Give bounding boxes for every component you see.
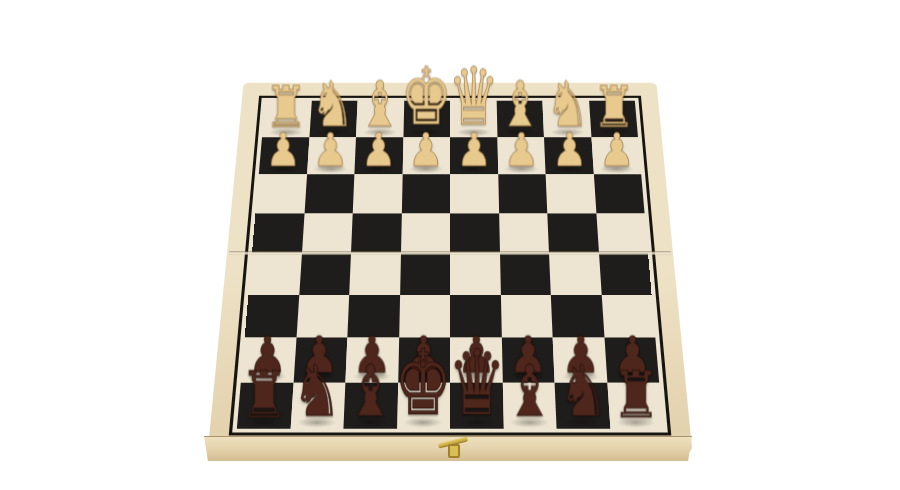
piece-shadow (503, 128, 537, 136)
square-e6 (399, 295, 450, 338)
square-f7: ♟ (345, 338, 398, 383)
square-c2: ♟ (497, 137, 546, 174)
squares-grid: ♜♞♝♚♛♝♞♜♟♟♟♟♟♟♟♟♟♟♟♟♟♟♟♟♜♞♝♚♛♝♞♜ (237, 101, 663, 429)
piece-shadow (561, 371, 599, 381)
square-h7: ♟ (241, 338, 296, 383)
square-d1: ♛ (450, 101, 497, 137)
square-c7: ♟ (501, 338, 554, 383)
square-b1: ♞ (542, 101, 591, 137)
square-f2: ♟ (354, 137, 403, 174)
piece-black-queen: ♛ (447, 342, 505, 425)
square-b4 (547, 213, 598, 253)
hinge-seam (229, 251, 672, 255)
piece-shadow (613, 371, 651, 381)
square-h6 (245, 295, 299, 338)
square-b3 (546, 174, 596, 213)
square-a3 (593, 174, 644, 213)
square-c1: ♝ (496, 101, 544, 137)
square-b5 (549, 253, 601, 295)
brass-clasp (436, 437, 474, 457)
piece-white-knight: ♞ (311, 76, 355, 134)
square-g5 (299, 253, 351, 295)
piece-shadow (509, 371, 547, 381)
square-g2: ♟ (307, 137, 356, 174)
piece-shadow (457, 371, 495, 381)
piece-white-bishop: ♝ (358, 76, 402, 134)
square-f6 (347, 295, 399, 338)
square-b6 (551, 295, 604, 338)
square-c8: ♝ (502, 382, 556, 428)
piece-shadow (617, 417, 656, 427)
piece-black-king: ♚ (394, 342, 452, 425)
piece-shadow (457, 165, 491, 173)
square-a8: ♜ (607, 382, 663, 428)
square-c6 (500, 295, 552, 338)
piece-shadow (244, 417, 283, 427)
square-e5 (400, 253, 450, 295)
square-h4 (252, 213, 304, 253)
square-a7: ♟ (604, 338, 659, 383)
box-front-side (204, 436, 692, 461)
square-a5 (599, 253, 652, 295)
square-g3 (304, 174, 354, 213)
square-h8: ♜ (237, 382, 293, 428)
square-f3 (353, 174, 402, 213)
square-d4 (450, 213, 500, 253)
square-a4 (596, 213, 648, 253)
piece-shadow (316, 128, 350, 136)
square-f1: ♝ (356, 101, 404, 137)
piece-shadow (248, 371, 286, 381)
piece-shadow (409, 165, 443, 173)
square-h3 (255, 174, 306, 213)
square-e4 (401, 213, 451, 253)
piece-shadow (269, 128, 303, 136)
square-f4 (351, 213, 401, 253)
piece-shadow (599, 165, 634, 173)
square-e8: ♚ (397, 382, 450, 428)
piece-white-king: ♚ (401, 61, 452, 134)
piece-shadow (300, 371, 338, 381)
piece-shadow (266, 165, 301, 173)
piece-shadow (313, 165, 348, 173)
piece-shadow (363, 128, 397, 136)
piece-white-rook: ♜ (593, 82, 636, 134)
square-g1: ♞ (309, 101, 358, 137)
square-a6 (601, 295, 655, 338)
piece-shadow (457, 417, 495, 427)
square-h5 (248, 253, 301, 295)
square-g8: ♞ (290, 382, 345, 428)
piece-shadow (361, 165, 396, 173)
piece-shadow (298, 417, 337, 427)
piece-shadow (410, 128, 444, 136)
square-f8: ♝ (343, 382, 397, 428)
square-c3 (498, 174, 547, 213)
square-d7: ♟ (450, 338, 502, 383)
piece-white-knight: ♞ (545, 76, 589, 134)
square-e2: ♟ (402, 137, 450, 174)
square-e1: ♚ (403, 101, 450, 137)
square-c4 (499, 213, 549, 253)
square-d3 (450, 174, 499, 213)
piece-shadow (552, 165, 587, 173)
clasp-loop-icon (448, 444, 460, 458)
square-e3 (401, 174, 450, 213)
piece-white-rook: ♜ (264, 82, 307, 134)
square-f5 (349, 253, 400, 295)
square-h1: ♜ (262, 101, 311, 137)
piece-white-queen: ♛ (448, 61, 499, 134)
square-g7: ♟ (293, 338, 347, 383)
piece-shadow (564, 417, 603, 427)
square-b2: ♟ (544, 137, 593, 174)
square-c5 (500, 253, 551, 295)
piece-shadow (510, 417, 549, 427)
square-a1: ♜ (589, 101, 638, 137)
square-g4 (302, 213, 353, 253)
piece-shadow (504, 165, 539, 173)
piece-shadow (351, 417, 390, 427)
piece-shadow (457, 128, 491, 136)
square-d8: ♛ (450, 382, 503, 428)
playing-area: ♜♞♝♚♛♝♞♜♟♟♟♟♟♟♟♟♟♟♟♟♟♟♟♟♜♞♝♚♛♝♞♜ (229, 96, 672, 436)
square-e7: ♟ (398, 338, 450, 383)
piece-white-bishop: ♝ (499, 76, 543, 134)
square-d5 (450, 253, 500, 295)
piece-shadow (597, 128, 631, 136)
photo-stage: ♜♞♝♚♛♝♞♜♟♟♟♟♟♟♟♟♟♟♟♟♟♟♟♟♜♞♝♚♛♝♞♜ (0, 0, 900, 490)
piece-shadow (405, 371, 443, 381)
piece-shadow (550, 128, 584, 136)
square-g6 (296, 295, 349, 338)
board-scene: ♜♞♝♚♛♝♞♜♟♟♟♟♟♟♟♟♟♟♟♟♟♟♟♟♜♞♝♚♛♝♞♜ (227, 30, 673, 476)
square-d6 (450, 295, 501, 338)
square-a2: ♟ (591, 137, 641, 174)
square-h2: ♟ (259, 137, 309, 174)
square-b7: ♟ (553, 338, 607, 383)
square-b8: ♞ (555, 382, 610, 428)
piece-shadow (404, 417, 442, 427)
folding-chess-board: ♜♞♝♚♛♝♞♜♟♟♟♟♟♟♟♟♟♟♟♟♟♟♟♟♜♞♝♚♛♝♞♜ (208, 83, 693, 453)
square-d2: ♟ (450, 137, 498, 174)
piece-shadow (353, 371, 391, 381)
